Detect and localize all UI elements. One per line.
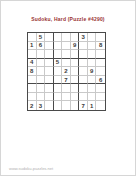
sudoku-cell[interactable] — [37, 84, 46, 93]
puzzle-title: Sudoku, Hard (Puzzle #4290) — [1, 16, 135, 22]
sudoku-cell[interactable] — [62, 93, 71, 102]
sudoku-cell[interactable] — [88, 50, 97, 59]
sudoku-cell[interactable] — [79, 84, 88, 93]
sudoku-cell[interactable] — [28, 84, 37, 93]
sudoku-cell[interactable] — [62, 59, 71, 68]
sudoku-cell[interactable] — [54, 84, 63, 93]
sudoku-cell[interactable] — [79, 76, 88, 85]
sudoku-cell[interactable] — [45, 50, 54, 59]
sudoku-cell[interactable] — [71, 59, 80, 68]
sudoku-cell[interactable]: 3 — [79, 33, 88, 42]
sudoku-cell[interactable] — [45, 84, 54, 93]
sudoku-cell[interactable] — [96, 59, 105, 68]
sudoku-cell[interactable] — [88, 42, 97, 51]
sudoku-cell[interactable] — [71, 84, 80, 93]
sudoku-cell[interactable]: 5 — [54, 59, 63, 68]
sudoku-cell[interactable]: 2 — [28, 101, 37, 110]
sudoku-cell[interactable] — [96, 33, 105, 42]
sudoku-cell[interactable] — [88, 93, 97, 102]
sudoku-cell[interactable] — [62, 101, 71, 110]
sudoku-cell[interactable] — [71, 50, 80, 59]
sudoku-cell[interactable] — [79, 93, 88, 102]
sudoku-cell[interactable] — [54, 76, 63, 85]
sudoku-cell[interactable] — [37, 76, 46, 85]
sudoku-cell[interactable] — [28, 33, 37, 42]
sudoku-cell[interactable] — [54, 67, 63, 76]
sudoku-cell[interactable] — [79, 50, 88, 59]
sudoku-cell[interactable] — [71, 93, 80, 102]
sudoku-cell[interactable] — [54, 33, 63, 42]
sudoku-cell[interactable] — [45, 67, 54, 76]
sudoku-cell[interactable] — [28, 50, 37, 59]
sudoku-cell[interactable] — [88, 84, 97, 93]
sudoku-cell[interactable] — [54, 42, 63, 51]
sudoku-cell[interactable]: 9 — [71, 42, 80, 51]
sudoku-cell[interactable]: 8 — [96, 42, 105, 51]
sudoku-cell[interactable]: 1 — [88, 101, 97, 110]
sudoku-cell[interactable] — [45, 33, 54, 42]
sudoku-cell[interactable]: 3 — [37, 101, 46, 110]
sudoku-cell[interactable]: 7 — [62, 76, 71, 85]
sudoku-cell[interactable] — [62, 42, 71, 51]
sudoku-cell[interactable] — [88, 59, 97, 68]
sudoku-cell[interactable] — [71, 76, 80, 85]
sudoku-cell[interactable] — [88, 76, 97, 85]
sudoku-cell[interactable] — [54, 50, 63, 59]
sudoku-cell[interactable] — [96, 84, 105, 93]
sudoku-grid: 53169845829762371 — [27, 32, 106, 111]
sudoku-cell[interactable] — [37, 67, 46, 76]
sudoku-cell[interactable] — [79, 59, 88, 68]
sudoku-cell[interactable] — [62, 33, 71, 42]
sudoku-cell[interactable] — [88, 33, 97, 42]
sudoku-cell[interactable] — [45, 59, 54, 68]
sudoku-cell[interactable] — [71, 67, 80, 76]
sudoku-cell[interactable] — [37, 50, 46, 59]
sudoku-cell[interactable] — [45, 93, 54, 102]
footer-url: www.sudoku-puzzles.net — [9, 166, 53, 171]
sudoku-cell[interactable] — [71, 33, 80, 42]
sudoku-cell[interactable] — [96, 93, 105, 102]
sudoku-cell[interactable] — [45, 42, 54, 51]
sudoku-cell[interactable] — [62, 84, 71, 93]
sudoku-cell[interactable] — [79, 67, 88, 76]
sudoku-cell[interactable] — [45, 76, 54, 85]
sudoku-cell[interactable]: 5 — [37, 33, 46, 42]
sudoku-cell[interactable]: 2 — [62, 67, 71, 76]
sudoku-cell[interactable]: 6 — [96, 76, 105, 85]
sudoku-cell[interactable] — [28, 76, 37, 85]
sudoku-cell[interactable] — [45, 101, 54, 110]
sudoku-cell[interactable] — [28, 93, 37, 102]
sudoku-cell[interactable] — [71, 101, 80, 110]
sudoku-cell[interactable]: 6 — [37, 42, 46, 51]
sudoku-cell[interactable]: 8 — [28, 67, 37, 76]
sudoku-cell[interactable] — [79, 42, 88, 51]
sudoku-cell[interactable] — [96, 50, 105, 59]
sudoku-cell[interactable]: 1 — [28, 42, 37, 51]
sudoku-cell[interactable] — [54, 101, 63, 110]
sudoku-page: Sudoku, Hard (Puzzle #4290) 531698458297… — [0, 0, 136, 176]
sudoku-cell[interactable] — [96, 101, 105, 110]
sudoku-cell[interactable]: 4 — [28, 59, 37, 68]
sudoku-cell[interactable]: 7 — [79, 101, 88, 110]
sudoku-cell[interactable] — [62, 50, 71, 59]
sudoku-cell[interactable] — [96, 67, 105, 76]
sudoku-cell[interactable]: 9 — [88, 67, 97, 76]
sudoku-cell[interactable] — [37, 59, 46, 68]
sudoku-cell[interactable] — [37, 93, 46, 102]
sudoku-cell[interactable] — [54, 93, 63, 102]
